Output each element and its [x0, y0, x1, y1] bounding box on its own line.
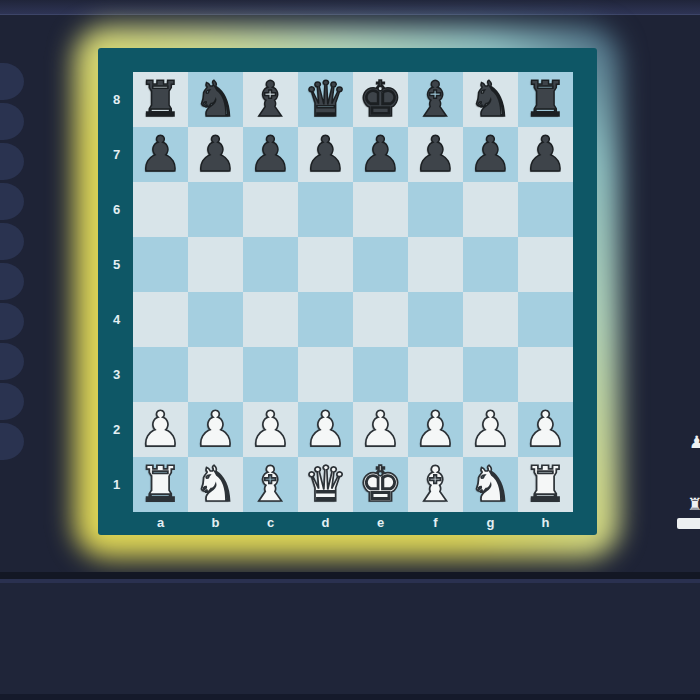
bottom-edge-strip: [0, 694, 700, 700]
decor-blob: [0, 303, 24, 340]
white-pawn-icon[interactable]: ♟: [689, 434, 700, 451]
square-e5[interactable]: [353, 237, 408, 292]
file-label-f: f: [408, 511, 463, 535]
square-a1[interactable]: ♜: [133, 457, 188, 512]
decor-blob: [0, 383, 24, 420]
bottom-separator-dark: [0, 572, 700, 579]
square-f2[interactable]: ♟: [408, 402, 463, 457]
file-label-h: h: [518, 511, 573, 535]
white-pawn-piece[interactable]: ♟: [408, 402, 463, 457]
white-rook-icon[interactable]: ♜: [687, 496, 700, 513]
square-f5[interactable]: [408, 237, 463, 292]
square-e6[interactable]: [353, 182, 408, 237]
rank-label-2: 2: [100, 402, 133, 457]
square-h6[interactable]: [518, 182, 573, 237]
black-pawn-piece[interactable]: ♟: [188, 127, 243, 182]
square-f8[interactable]: ♝: [408, 72, 463, 127]
chess-board[interactable]: ♜♞♝♛♚♝♞♜♟♟♟♟♟♟♟♟♟♟♟♟♟♟♟♟♜♞♝♛♚♝♞♜: [133, 72, 573, 512]
square-a3[interactable]: [133, 347, 188, 402]
black-rook-piece[interactable]: ♜: [518, 72, 573, 127]
black-queen-piece[interactable]: ♛: [298, 72, 353, 127]
square-d2[interactable]: ♟: [298, 402, 353, 457]
square-a2[interactable]: ♟: [133, 402, 188, 457]
decor-blob: [0, 183, 24, 220]
black-pawn-piece[interactable]: ♟: [463, 127, 518, 182]
square-f6[interactable]: [408, 182, 463, 237]
white-pawn-piece[interactable]: ♟: [133, 402, 188, 457]
white-bishop-piece[interactable]: ♝: [408, 457, 463, 512]
square-c7[interactable]: ♟: [243, 127, 298, 182]
white-bishop-piece[interactable]: ♝: [243, 457, 298, 512]
white-pawn-piece[interactable]: ♟: [353, 402, 408, 457]
black-bishop-piece[interactable]: ♝: [408, 72, 463, 127]
square-b1[interactable]: ♞: [188, 457, 243, 512]
square-f7[interactable]: ♟: [408, 127, 463, 182]
black-pawn-piece[interactable]: ♟: [408, 127, 463, 182]
square-c5[interactable]: [243, 237, 298, 292]
black-pawn-piece[interactable]: ♟: [518, 127, 573, 182]
decor-blob: [0, 343, 24, 380]
white-pawn-piece[interactable]: ♟: [243, 402, 298, 457]
rank-label-6: 6: [100, 182, 133, 237]
square-g1[interactable]: ♞: [463, 457, 518, 512]
white-pawn-piece[interactable]: ♟: [298, 402, 353, 457]
black-king-piece[interactable]: ♚: [353, 72, 408, 127]
square-a4[interactable]: [133, 292, 188, 347]
square-e1[interactable]: ♚: [353, 457, 408, 512]
decor-blob: [0, 263, 24, 300]
square-a7[interactable]: ♟: [133, 127, 188, 182]
white-knight-piece[interactable]: ♞: [463, 457, 518, 512]
square-e4[interactable]: [353, 292, 408, 347]
square-b5[interactable]: [188, 237, 243, 292]
square-d6[interactable]: [298, 182, 353, 237]
black-pawn-piece[interactable]: ♟: [133, 127, 188, 182]
black-pawn-piece[interactable]: ♟: [298, 127, 353, 182]
white-pawn-piece[interactable]: ♟: [518, 402, 573, 457]
square-g2[interactable]: ♟: [463, 402, 518, 457]
square-h3[interactable]: [518, 347, 573, 402]
edge-bar[interactable]: [677, 518, 700, 529]
rank-label-8: 8: [100, 72, 133, 127]
square-c2[interactable]: ♟: [243, 402, 298, 457]
rank-label-3: 3: [100, 347, 133, 402]
square-b4[interactable]: [188, 292, 243, 347]
square-c4[interactable]: [243, 292, 298, 347]
square-h4[interactable]: [518, 292, 573, 347]
square-b7[interactable]: ♟: [188, 127, 243, 182]
square-b8[interactable]: ♞: [188, 72, 243, 127]
square-g6[interactable]: [463, 182, 518, 237]
square-a8[interactable]: ♜: [133, 72, 188, 127]
window-top-bar: [0, 0, 700, 15]
square-f1[interactable]: ♝: [408, 457, 463, 512]
square-d1[interactable]: ♛: [298, 457, 353, 512]
white-pawn-piece[interactable]: ♟: [463, 402, 518, 457]
square-h5[interactable]: [518, 237, 573, 292]
black-pawn-piece[interactable]: ♟: [353, 127, 408, 182]
black-rook-piece[interactable]: ♜: [133, 72, 188, 127]
white-pawn-piece[interactable]: ♟: [188, 402, 243, 457]
square-e3[interactable]: [353, 347, 408, 402]
square-a6[interactable]: [133, 182, 188, 237]
file-label-c: c: [243, 511, 298, 535]
rank-label-1: 1: [100, 457, 133, 512]
decor-blob: [0, 103, 24, 140]
white-king-piece[interactable]: ♚: [353, 457, 408, 512]
decor-blob: [0, 423, 24, 460]
rank-label-5: 5: [100, 237, 133, 292]
file-label-b: b: [188, 511, 243, 535]
board-frame: 87654321 ♜♞♝♛♚♝♞♜♟♟♟♟♟♟♟♟♟♟♟♟♟♟♟♟♜♞♝♛♚♝♞…: [98, 48, 597, 535]
square-a5[interactable]: [133, 237, 188, 292]
file-label-a: a: [133, 511, 188, 535]
square-g7[interactable]: ♟: [463, 127, 518, 182]
square-d3[interactable]: [298, 347, 353, 402]
white-knight-piece[interactable]: ♞: [188, 457, 243, 512]
square-b3[interactable]: [188, 347, 243, 402]
square-h2[interactable]: ♟: [518, 402, 573, 457]
file-label-g: g: [463, 511, 518, 535]
white-rook-piece[interactable]: ♜: [518, 457, 573, 512]
white-rook-piece[interactable]: ♜: [133, 457, 188, 512]
square-f3[interactable]: [408, 347, 463, 402]
square-d8[interactable]: ♛: [298, 72, 353, 127]
square-h7[interactable]: ♟: [518, 127, 573, 182]
square-d4[interactable]: [298, 292, 353, 347]
square-h8[interactable]: ♜: [518, 72, 573, 127]
square-g8[interactable]: ♞: [463, 72, 518, 127]
black-knight-piece[interactable]: ♞: [188, 72, 243, 127]
square-c8[interactable]: ♝: [243, 72, 298, 127]
square-c6[interactable]: [243, 182, 298, 237]
square-h1[interactable]: ♜: [518, 457, 573, 512]
decor-blob: [0, 63, 24, 100]
square-e7[interactable]: ♟: [353, 127, 408, 182]
file-label-e: e: [353, 511, 408, 535]
square-g5[interactable]: [463, 237, 518, 292]
black-pawn-piece[interactable]: ♟: [243, 127, 298, 182]
black-bishop-piece[interactable]: ♝: [243, 72, 298, 127]
file-label-d: d: [298, 511, 353, 535]
rank-label-7: 7: [100, 127, 133, 182]
square-c3[interactable]: [243, 347, 298, 402]
square-b6[interactable]: [188, 182, 243, 237]
square-f4[interactable]: [408, 292, 463, 347]
square-g3[interactable]: [463, 347, 518, 402]
square-g4[interactable]: [463, 292, 518, 347]
square-d5[interactable]: [298, 237, 353, 292]
white-queen-piece[interactable]: ♛: [298, 457, 353, 512]
decor-blob: [0, 223, 24, 260]
square-e8[interactable]: ♚: [353, 72, 408, 127]
square-b2[interactable]: ♟: [188, 402, 243, 457]
square-e2[interactable]: ♟: [353, 402, 408, 457]
decor-blob: [0, 143, 24, 180]
black-knight-piece[interactable]: ♞: [463, 72, 518, 127]
bottom-panel: [0, 583, 700, 700]
rank-label-4: 4: [100, 292, 133, 347]
square-d7[interactable]: ♟: [298, 127, 353, 182]
square-c1[interactable]: ♝: [243, 457, 298, 512]
